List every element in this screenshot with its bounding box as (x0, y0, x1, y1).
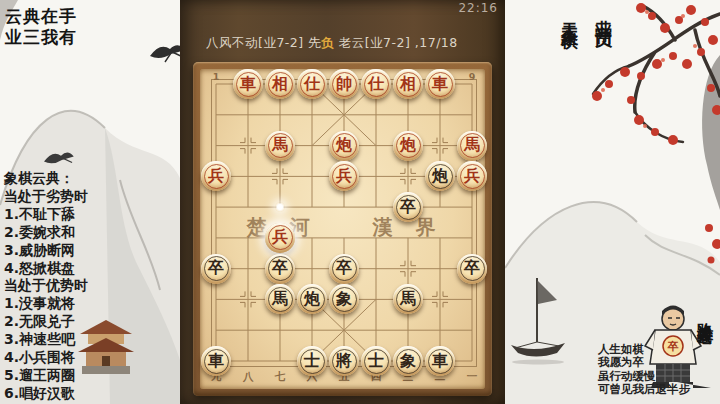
right-title-tiantian: 天天象棋 (559, 9, 582, 21)
crane-icon (150, 45, 180, 62)
screenshot-stage: 云典在手 业三我有 象棋云典： 当处于劣势时 1.不耻下舔 2.委婉求和 3.威… (0, 0, 720, 404)
piece-red-f5-r1[interactable]: 帥 (329, 69, 359, 99)
list-line: 1.不耻下舔 (4, 206, 88, 224)
piece-red-f4-r1[interactable]: 仕 (297, 69, 327, 99)
piece-red-f6-r1[interactable]: 仕 (361, 69, 391, 99)
piece-red-f9-r4[interactable]: 兵 (457, 161, 487, 191)
piece-black-f5-r10[interactable]: 將 (329, 346, 359, 376)
clock: 22:16 (458, 1, 498, 15)
piece-red-f5-r3[interactable]: 炮 (329, 131, 359, 161)
left-decor-panel: 云典在手 业三我有 象棋云典： 当处于劣势时 1.不耻下舔 2.委婉求和 3.威… (0, 0, 180, 404)
match-result: 负 (321, 35, 334, 50)
list-line: 4.小兵围将 (4, 349, 88, 367)
match-left: 八风不动[业7-2] 先 (206, 35, 321, 50)
boat-icon (511, 278, 565, 365)
piece-black-f7-r8[interactable]: 馬 (393, 284, 423, 314)
piece-red-f2-r1[interactable]: 車 (233, 69, 263, 99)
left-slogan-line2: 业三我有 (5, 26, 77, 49)
piece-black-f6-r10[interactable]: 士 (361, 346, 391, 376)
list-line: 当处于劣势时 (4, 188, 88, 206)
list-line: 3.威胁断网 (4, 242, 88, 260)
piece-red-f1-r4[interactable]: 兵 (201, 161, 231, 191)
piece-black-f7-r5[interactable]: 卒 (393, 192, 423, 222)
plum-blossom-branch (592, 3, 720, 264)
ink-rock (702, 55, 720, 210)
piece-black-f7-r10[interactable]: 象 (393, 346, 423, 376)
pawn-quote: 人生如棋 我愿为卒 虽行动缓慢 可曾见我后退半步 (598, 343, 690, 397)
piece-red-f3-r1[interactable]: 相 (265, 69, 295, 99)
right-title-goalkeeper: 业三守门员 (593, 6, 616, 21)
foothill (105, 128, 180, 404)
left-slogan-line1: 云典在手 (5, 5, 77, 28)
xiangqi-board[interactable]: 楚 河 漢 界 123456789 九八七六五四三二一 車相仕帥仕相車馬炮炮馬兵… (200, 69, 485, 389)
piece-black-f8-r4[interactable]: 炮 (425, 161, 455, 191)
quote-line: 虽行动缓慢 (598, 370, 690, 383)
piece-red-f9-r3[interactable]: 馬 (457, 131, 487, 161)
game-area: 22:16 八风不动[业7-2] 先负 老云[业7-2] ,17/18 (180, 0, 505, 404)
piece-black-f8-r10[interactable]: 車 (425, 346, 455, 376)
piece-black-f4-r10[interactable]: 士 (297, 346, 327, 376)
piece-black-f1-r10[interactable]: 車 (201, 346, 231, 376)
piece-black-f1-r7[interactable]: 卒 (201, 254, 231, 284)
list-line: 2.无限兑子 (4, 313, 88, 331)
right-decor-panel: 卒 天天象棋 业三守门员 路边摊老云 人生如棋 我愿为卒 虽行动缓慢 可曾见我后… (505, 0, 720, 404)
piece-red-f3-r6[interactable]: 兵 (265, 223, 295, 253)
piece-black-f9-r7[interactable]: 卒 (457, 254, 487, 284)
match-right: 老云[业7-2] ,17/18 (334, 35, 458, 50)
piece-black-f3-r7[interactable]: 卒 (265, 254, 295, 284)
list-line: 象棋云典： (4, 170, 88, 188)
board-frame: 楚 河 漢 界 123456789 九八七六五四三二一 車相仕帥仕相車馬炮炮馬兵… (193, 62, 492, 396)
piece-layer: 車相仕帥仕相車馬炮炮馬兵兵炮兵卒兵卒卒卒卒馬炮象馬車士將士象車 (200, 69, 485, 389)
list-line: 3.神速些吧 (4, 331, 88, 349)
piece-black-f4-r8[interactable]: 炮 (297, 284, 327, 314)
piece-red-f7-r3[interactable]: 炮 (393, 131, 423, 161)
piece-black-f3-r8[interactable]: 馬 (265, 284, 295, 314)
match-title: 八风不动[业7-2] 先负 老云[业7-2] ,17/18 (206, 35, 458, 52)
piece-red-f3-r3[interactable]: 馬 (265, 131, 295, 161)
piece-black-f5-r7[interactable]: 卒 (329, 254, 359, 284)
list-line: 6.唱好汉歌 (4, 385, 88, 403)
piece-black-f5-r8[interactable]: 象 (329, 284, 359, 314)
quote-line: 人生如棋 (598, 343, 690, 356)
move-origin-marker (275, 202, 285, 212)
list-line: 2.委婉求和 (4, 224, 88, 242)
chess-cloud-list: 象棋云典： 当处于劣势时 1.不耻下舔 2.委婉求和 3.威胁断网 4.怒掀棋盘… (4, 170, 88, 403)
list-line: 当处于优势时 (4, 277, 88, 295)
piece-red-f7-r1[interactable]: 相 (393, 69, 423, 99)
piece-red-f8-r1[interactable]: 車 (425, 69, 455, 99)
list-line: 5.遛王两圈 (4, 367, 88, 385)
piece-red-f5-r4[interactable]: 兵 (329, 161, 359, 191)
list-line: 4.怒掀棋盘 (4, 260, 88, 278)
quote-line: 可曾见我后退半步 (598, 383, 690, 396)
stall-signature: 路边摊老云 (694, 309, 715, 319)
list-line: 1.没事就将 (4, 295, 88, 313)
crane-icon-2 (44, 152, 74, 163)
quote-line: 我愿为卒 (598, 356, 690, 369)
